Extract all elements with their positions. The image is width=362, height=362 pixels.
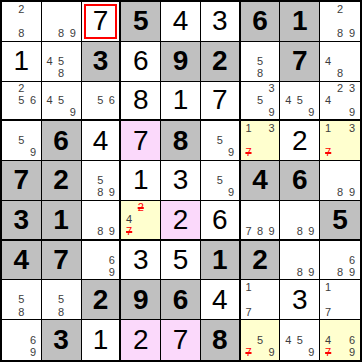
pencil-marks: 459 (280, 82, 319, 120)
empty-candidate-slot (254, 106, 266, 118)
cell-r3c8[interactable]: 459 (280, 82, 320, 122)
empty-candidate-slot (106, 83, 117, 95)
candidate-5: 5 (16, 135, 28, 147)
empty-candidate-slot (282, 346, 294, 359)
pencil-marks: 59 (201, 161, 239, 200)
pencil-marks: 789 (241, 201, 280, 239)
given-digit: 4 (14, 246, 30, 274)
empty-candidate-slot (106, 162, 117, 174)
empty-candidate-slot (4, 147, 16, 159)
cell-r9c9[interactable]: 4679 (320, 320, 360, 360)
empty-candidate-slot (27, 122, 39, 134)
solved-digit: 7 (133, 127, 149, 155)
cell-r3c1[interactable]: 256 (2, 82, 42, 122)
empty-candidate-slot (225, 135, 236, 147)
pencil-marks: 459 (42, 82, 81, 120)
cell-r7c2[interactable]: 7 (42, 241, 82, 281)
cell-r8c8[interactable]: 3 (280, 280, 320, 320)
cell-r3c4[interactable]: 8 (121, 82, 161, 122)
candidate-7: 7 (322, 306, 334, 318)
cell-r6c5[interactable]: 2 (161, 201, 201, 241)
given-digit: 1 (292, 7, 308, 35)
empty-candidate-slot (84, 162, 95, 174)
cell-r7c4[interactable]: 3 (121, 241, 161, 281)
candidate-9: 9 (225, 147, 236, 159)
empty-candidate-slot (334, 281, 346, 293)
empty-candidate-slot (294, 346, 306, 359)
empty-candidate-slot (95, 214, 106, 226)
cell-r1c4[interactable]: 5 (121, 2, 161, 42)
cell-r9c7[interactable]: 579 (241, 320, 281, 360)
given-digit: 5 (332, 206, 348, 234)
cell-r8c6[interactable]: 4 (201, 280, 241, 320)
candidate-4: 4 (322, 94, 334, 106)
cell-r2c2[interactable]: 458 (42, 42, 82, 82)
candidate-8: 8 (55, 28, 67, 40)
candidate-9: 9 (346, 187, 358, 199)
candidate-3: 3 (266, 83, 278, 95)
cell-r3c3[interactable]: 56 (82, 82, 122, 122)
pencil-marks: 58 (241, 42, 280, 81)
cell-r4c4[interactable]: 7 (121, 121, 161, 161)
empty-candidate-slot (346, 306, 358, 318)
cell-r2c9[interactable]: 48 (320, 42, 360, 82)
empty-candidate-slot (44, 15, 56, 27)
empty-candidate-slot (346, 242, 358, 254)
empty-candidate-slot (282, 214, 294, 226)
candidate-8: 8 (16, 28, 28, 40)
empty-candidate-slot (27, 83, 39, 95)
pencil-marks: 459 (280, 320, 319, 360)
empty-candidate-slot (306, 254, 318, 266)
empty-candidate-slot (203, 135, 214, 147)
candidate-4: 4 (282, 334, 294, 347)
candidate-2: 2 (16, 83, 28, 95)
cell-r1c9[interactable]: 289 (320, 2, 360, 42)
cell-r8c1[interactable]: 58 (2, 280, 42, 320)
cell-r9c5[interactable]: 7 (161, 320, 201, 360)
empty-candidate-slot (346, 55, 358, 67)
cell-r9c1[interactable]: 69 (2, 320, 42, 360)
empty-candidate-slot (254, 202, 266, 214)
candidate-8: 8 (254, 226, 266, 238)
empty-candidate-slot (4, 334, 16, 347)
empty-candidate-slot (27, 306, 39, 318)
solved-digit: 1 (133, 166, 149, 194)
cell-r2c8[interactable]: 7 (280, 42, 320, 82)
cell-r2c1[interactable]: 1 (2, 42, 42, 82)
candidate-3: 3 (266, 122, 278, 134)
empty-candidate-slot (266, 306, 278, 318)
empty-candidate-slot (346, 15, 358, 27)
empty-candidate-slot (203, 122, 214, 134)
empty-candidate-slot (334, 15, 346, 27)
cell-r9c6[interactable]: 8 (201, 320, 241, 360)
pencil-marks: 247 (121, 201, 160, 239)
empty-candidate-slot (225, 122, 236, 134)
candidate-8: 8 (334, 187, 346, 199)
solved-digit: 7 (173, 326, 189, 354)
empty-candidate-slot (106, 106, 117, 118)
cell-r4c2[interactable]: 6 (42, 121, 82, 161)
empty-candidate-slot (346, 162, 358, 174)
candidate-6: 6 (27, 334, 39, 347)
given-digit: 8 (173, 127, 189, 155)
candidate-6: 6 (346, 254, 358, 266)
pencil-marks: 89 (82, 201, 120, 239)
empty-candidate-slot (346, 43, 358, 55)
cell-r9c2[interactable]: 3 (42, 320, 82, 360)
empty-candidate-slot (84, 202, 95, 214)
empty-candidate-slot (16, 346, 28, 359)
cell-r5c7[interactable]: 4 (241, 161, 281, 201)
empty-candidate-slot (266, 334, 278, 347)
empty-candidate-slot (334, 147, 346, 159)
empty-candidate-slot (294, 83, 306, 95)
candidate-8: 8 (334, 67, 346, 79)
candidate-6: 6 (106, 94, 117, 106)
cell-r5c8[interactable]: 6 (280, 161, 320, 201)
empty-candidate-slot (243, 294, 255, 306)
empty-candidate-slot (282, 321, 294, 334)
candidate-7-eliminated: 7 (243, 346, 255, 359)
cell-r5c4[interactable]: 1 (121, 161, 161, 201)
solved-digit: 1 (173, 86, 189, 114)
empty-candidate-slot (243, 83, 255, 95)
candidate-7-eliminated: 7 (243, 147, 255, 159)
candidate-3: 3 (346, 83, 358, 95)
empty-candidate-slot (95, 202, 106, 214)
empty-candidate-slot (55, 15, 67, 27)
candidate-4: 4 (322, 55, 334, 67)
empty-candidate-slot (4, 135, 16, 147)
given-digit: 6 (292, 166, 308, 194)
empty-candidate-slot (67, 281, 79, 293)
empty-candidate-slot (334, 94, 346, 106)
pencil-marks: 17 (320, 280, 360, 319)
cell-r6c8[interactable]: 89 (280, 201, 320, 241)
empty-candidate-slot (266, 214, 278, 226)
empty-candidate-slot (266, 43, 278, 55)
cell-r8c3[interactable]: 2 (82, 280, 122, 320)
cell-r9c8[interactable]: 459 (280, 320, 320, 360)
cell-r5c6[interactable]: 59 (201, 161, 241, 201)
empty-candidate-slot (225, 174, 236, 186)
cell-r1c3[interactable]: 7 (82, 2, 122, 42)
cell-r4c7[interactable]: 137 (241, 121, 281, 161)
given-digit: 4 (252, 166, 268, 194)
cell-r7c5[interactable]: 5 (161, 241, 201, 281)
cell-r4c1[interactable]: 59 (2, 121, 42, 161)
candidate-5: 5 (55, 55, 67, 67)
pencil-marks: 89 (42, 2, 81, 41)
empty-candidate-slot (67, 294, 79, 306)
cell-r4c5[interactable]: 8 (161, 121, 201, 161)
empty-candidate-slot (334, 55, 346, 67)
cell-r5c9[interactable]: 89 (320, 161, 360, 201)
empty-candidate-slot (84, 254, 95, 266)
empty-candidate-slot (254, 281, 266, 293)
empty-candidate-slot (334, 254, 346, 266)
cell-r2c4[interactable]: 6 (121, 42, 161, 82)
candidate-6: 6 (106, 254, 117, 266)
empty-candidate-slot (294, 321, 306, 334)
given-digit: 6 (173, 286, 189, 314)
empty-candidate-slot (27, 281, 39, 293)
given-digit: 2 (212, 47, 228, 75)
empty-candidate-slot (67, 3, 79, 15)
empty-candidate-slot (16, 281, 28, 293)
empty-candidate-slot (16, 15, 28, 27)
candidate-5: 5 (55, 294, 67, 306)
cell-r4c8[interactable]: 2 (280, 121, 320, 161)
candidate-9: 9 (225, 187, 236, 199)
empty-candidate-slot (4, 306, 16, 318)
given-digit: 1 (53, 206, 69, 234)
candidate-5: 5 (16, 94, 28, 106)
empty-candidate-slot (55, 281, 67, 293)
empty-candidate-slot (84, 242, 95, 254)
candidate-7: 7 (243, 226, 255, 238)
empty-candidate-slot (334, 135, 346, 147)
cell-r7c7[interactable]: 2 (241, 241, 281, 281)
empty-candidate-slot (16, 334, 28, 347)
candidate-9: 9 (67, 28, 79, 40)
empty-candidate-slot (282, 266, 294, 278)
candidate-5: 5 (95, 94, 106, 106)
empty-candidate-slot (322, 135, 334, 147)
empty-candidate-slot (55, 106, 67, 118)
empty-candidate-slot (55, 3, 67, 15)
solved-digit: 4 (173, 7, 189, 35)
given-digit: 6 (53, 127, 69, 155)
empty-candidate-slot (4, 281, 16, 293)
candidate-7-eliminated: 7 (322, 346, 334, 359)
empty-candidate-slot (203, 174, 214, 186)
empty-candidate-slot (243, 334, 255, 347)
candidate-5: 5 (55, 94, 67, 106)
cell-r8c7[interactable]: 17 (241, 280, 281, 320)
empty-candidate-slot (27, 15, 39, 27)
empty-candidate-slot (334, 294, 346, 306)
empty-candidate-slot (243, 321, 255, 334)
cell-r6c3[interactable]: 89 (82, 201, 122, 241)
cell-r6c7[interactable]: 789 (241, 201, 281, 241)
empty-candidate-slot (306, 321, 318, 334)
empty-candidate-slot (203, 147, 214, 159)
cell-r5c3[interactable]: 589 (82, 161, 122, 201)
empty-candidate-slot (346, 3, 358, 15)
candidate-8: 8 (16, 306, 28, 318)
given-digit: 7 (292, 47, 308, 75)
empty-candidate-slot (67, 43, 79, 55)
empty-candidate-slot (243, 106, 255, 118)
empty-candidate-slot (55, 83, 67, 95)
solved-digit: 7 (93, 7, 109, 35)
given-digit: 6 (252, 7, 268, 35)
empty-candidate-slot (334, 306, 346, 318)
empty-candidate-slot (282, 226, 294, 238)
cell-r2c7[interactable]: 58 (241, 42, 281, 82)
cell-r9c3[interactable]: 1 (82, 320, 122, 360)
cell-r1c2[interactable]: 89 (42, 2, 82, 42)
empty-candidate-slot (266, 135, 278, 147)
solved-digit: 6 (133, 47, 149, 75)
empty-candidate-slot (322, 3, 334, 15)
empty-candidate-slot (334, 162, 346, 174)
cell-r9c4[interactable]: 2 (121, 320, 161, 360)
empty-candidate-slot (322, 187, 334, 199)
solved-digit: 1 (93, 326, 109, 354)
pencil-marks: 28 (2, 2, 41, 41)
empty-candidate-slot (282, 242, 294, 254)
cell-r8c4[interactable]: 9 (121, 280, 161, 320)
cell-r7c1[interactable]: 4 (2, 241, 42, 281)
cell-r4c3[interactable]: 4 (82, 121, 122, 161)
cell-r7c6[interactable]: 1 (201, 241, 241, 281)
empty-candidate-slot (214, 162, 225, 174)
empty-candidate-slot (44, 67, 56, 79)
candidate-9: 9 (346, 346, 358, 359)
cell-r4c9[interactable]: 137 (320, 121, 360, 161)
cell-r8c9[interactable]: 17 (320, 280, 360, 320)
empty-candidate-slot (254, 147, 266, 159)
sudoku-board: 2889754361289145836925874825645956817359… (0, 0, 362, 362)
empty-candidate-slot (334, 321, 346, 334)
empty-candidate-slot (84, 266, 95, 278)
solved-digit: 6 (212, 206, 228, 234)
empty-candidate-slot (95, 106, 106, 118)
empty-candidate-slot (306, 242, 318, 254)
empty-candidate-slot (266, 94, 278, 106)
empty-candidate-slot (95, 242, 106, 254)
candidate-5: 5 (254, 94, 266, 106)
cell-r3c2[interactable]: 459 (42, 82, 82, 122)
empty-candidate-slot (334, 122, 346, 134)
cell-r3c9[interactable]: 2349 (320, 82, 360, 122)
cell-r3c7[interactable]: 359 (241, 82, 281, 122)
empty-candidate-slot (16, 106, 28, 118)
empty-candidate-slot (306, 214, 318, 226)
cell-r5c5[interactable]: 3 (161, 161, 201, 201)
empty-candidate-slot (27, 321, 39, 334)
cell-r5c2[interactable]: 2 (42, 161, 82, 201)
cell-r7c3[interactable]: 69 (82, 241, 122, 281)
cell-r5c1[interactable]: 7 (2, 161, 42, 201)
cell-r1c7[interactable]: 6 (241, 2, 281, 42)
empty-candidate-slot (322, 43, 334, 55)
candidate-9: 9 (27, 147, 39, 159)
cell-r1c6[interactable]: 3 (201, 2, 241, 42)
cell-r2c3[interactable]: 3 (82, 42, 122, 82)
empty-candidate-slot (95, 266, 106, 278)
pencil-marks: 69 (82, 241, 120, 280)
cell-r1c5[interactable]: 4 (161, 2, 201, 42)
empty-candidate-slot (4, 3, 16, 15)
solved-digit: 7 (212, 86, 228, 114)
empty-candidate-slot (254, 346, 266, 359)
candidate-9: 9 (346, 266, 358, 278)
pencil-marks: 256 (2, 82, 41, 120)
empty-candidate-slot (95, 83, 106, 95)
pencil-marks: 58 (2, 280, 41, 319)
solved-digit: 2 (133, 326, 149, 354)
cell-r7c8[interactable]: 89 (280, 241, 320, 281)
empty-candidate-slot (254, 43, 266, 55)
empty-candidate-slot (254, 214, 266, 226)
cell-r2c6[interactable]: 2 (201, 42, 241, 82)
pencil-marks: 89 (280, 241, 319, 280)
empty-candidate-slot (84, 106, 95, 118)
cell-r6c2[interactable]: 1 (42, 201, 82, 241)
empty-candidate-slot (322, 174, 334, 186)
candidate-9: 9 (346, 28, 358, 40)
empty-candidate-slot (322, 67, 334, 79)
empty-candidate-slot (4, 83, 16, 95)
empty-candidate-slot (266, 55, 278, 67)
candidate-5: 5 (214, 174, 225, 186)
empty-candidate-slot (322, 15, 334, 27)
candidate-9: 9 (306, 346, 318, 359)
cell-r1c1[interactable]: 28 (2, 2, 42, 42)
pencil-marks: 289 (320, 2, 360, 41)
cell-r8c2[interactable]: 58 (42, 280, 82, 320)
empty-candidate-slot (44, 83, 56, 95)
cell-r6c1[interactable]: 3 (2, 201, 42, 241)
empty-candidate-slot (346, 281, 358, 293)
candidate-8: 8 (334, 266, 346, 278)
cell-r3c5[interactable]: 1 (161, 82, 201, 122)
empty-candidate-slot (322, 162, 334, 174)
pencil-marks: 589 (82, 161, 120, 200)
cell-r2c5[interactable]: 9 (161, 42, 201, 82)
pencil-marks: 689 (320, 241, 360, 280)
empty-candidate-slot (243, 67, 255, 79)
pencil-marks: 59 (2, 121, 41, 160)
cell-r1c8[interactable]: 1 (280, 2, 320, 42)
empty-candidate-slot (346, 147, 358, 159)
cell-r6c4[interactable]: 247 (121, 201, 161, 241)
candidate-1: 1 (243, 122, 255, 134)
cell-r6c6[interactable]: 6 (201, 201, 241, 241)
candidate-9: 9 (346, 106, 358, 118)
cell-r3c6[interactable]: 7 (201, 82, 241, 122)
empty-candidate-slot (135, 214, 147, 226)
cell-r8c5[interactable]: 6 (161, 280, 201, 320)
pencil-marks: 48 (320, 42, 360, 81)
solved-digit: 3 (212, 7, 228, 35)
cell-r6c9[interactable]: 5 (320, 201, 360, 241)
candidate-2: 2 (334, 3, 346, 15)
pencil-marks: 17 (241, 280, 280, 319)
solved-digit: 1 (14, 47, 30, 75)
pencil-marks: 89 (320, 161, 360, 200)
candidate-9: 9 (266, 106, 278, 118)
empty-candidate-slot (84, 94, 95, 106)
empty-candidate-slot (294, 214, 306, 226)
empty-candidate-slot (55, 43, 67, 55)
empty-candidate-slot (266, 67, 278, 79)
empty-candidate-slot (266, 294, 278, 306)
empty-candidate-slot (243, 94, 255, 106)
candidate-5: 5 (294, 94, 306, 106)
cell-r4c6[interactable]: 59 (201, 121, 241, 161)
empty-candidate-slot (322, 294, 334, 306)
empty-candidate-slot (282, 83, 294, 95)
empty-candidate-slot (67, 67, 79, 79)
cell-r7c9[interactable]: 689 (320, 241, 360, 281)
given-digit: 2 (53, 166, 69, 194)
